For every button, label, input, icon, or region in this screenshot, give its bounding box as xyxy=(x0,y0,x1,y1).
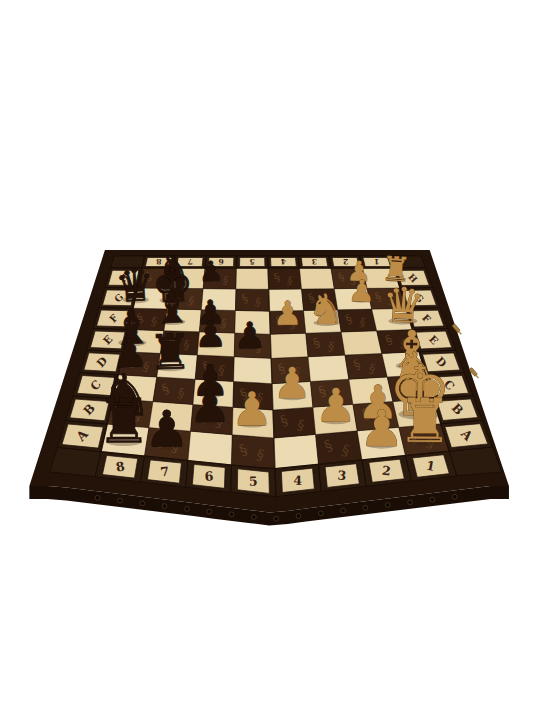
piece-black-rook-a8: ♜ xyxy=(96,386,151,456)
carved-circle-ornament xyxy=(385,503,390,508)
square-a6 xyxy=(188,431,232,465)
far-rank-label-4: 4 xyxy=(281,257,286,266)
near-rank-label-5: 5 xyxy=(249,473,258,488)
far-rank-label-1: 1 xyxy=(374,257,379,266)
piece-white-pawn-c4: ♟ xyxy=(273,358,311,408)
carved-circle-ornament xyxy=(452,494,457,499)
carved-circle-ornament xyxy=(207,509,212,514)
carved-circle-ornament xyxy=(229,512,234,517)
far-rank-label-5: 5 xyxy=(250,257,255,266)
piece-white-pawn-f4: ♟ xyxy=(273,294,303,333)
piece-black-pawn-e5: ♟ xyxy=(233,314,266,357)
piece-black-pawn-a7: ♟ xyxy=(144,399,189,458)
carved-circle-ornament xyxy=(296,514,301,519)
piece-black-pawn-e6: ♟ xyxy=(194,312,227,356)
near-rank-label-3: 3 xyxy=(337,468,347,484)
carved-circle-ornament xyxy=(140,501,145,506)
carved-circle-ornament xyxy=(118,498,123,503)
piece-white-knight-f3: ♞ xyxy=(307,285,345,335)
square-a5 xyxy=(232,435,276,469)
carved-circle-ornament xyxy=(318,511,323,516)
near-rank-label-4: 4 xyxy=(293,473,302,488)
piece-white-pawn-b3: ♟ xyxy=(315,379,357,433)
square-d5 xyxy=(234,357,272,384)
near-rank-label-6: 6 xyxy=(204,468,214,484)
piece-white-pawn-b5: ♟ xyxy=(231,382,273,436)
square-e4 xyxy=(270,333,308,358)
border-corner xyxy=(449,447,502,476)
piece-black-pawn-h6: ♟ xyxy=(198,255,224,287)
piece-white-rook-a1: ♜ xyxy=(397,386,452,456)
carved-circle-ornament xyxy=(408,500,413,505)
square-e2 xyxy=(341,331,382,355)
square-a3 xyxy=(316,431,362,464)
chess-board: 8765432187654321ABCDEFGHABCDEFGH§§§§§§§§… xyxy=(0,0,540,720)
carved-circle-ornament xyxy=(162,504,167,509)
carved-circle-ornament xyxy=(95,495,100,500)
square-h5 xyxy=(236,268,269,289)
carved-circle-ornament xyxy=(251,515,256,520)
square-a4 xyxy=(274,434,319,468)
carved-circle-ornament xyxy=(363,505,368,510)
piece-black-rook-d7: ♜ xyxy=(148,324,192,380)
product-photo-canvas: 8765432187654321ABCDEFGHABCDEFGH§§§§§§§§… xyxy=(0,0,540,720)
carved-circle-ornament xyxy=(430,497,435,502)
border-corner xyxy=(50,447,101,476)
carved-circle-ornament xyxy=(274,516,279,521)
piece-white-pawn-g2: ♟ xyxy=(348,273,376,309)
square-b4 xyxy=(273,407,316,438)
piece-black-pawn-b6: ♟ xyxy=(189,379,231,433)
piece-white-pawn-a2: ♟ xyxy=(359,399,404,458)
square-e3 xyxy=(306,332,345,357)
carved-circle-ornament xyxy=(341,508,346,513)
far-rank-label-3: 3 xyxy=(312,257,317,266)
carved-circle-ornament xyxy=(184,506,189,511)
square-d3 xyxy=(308,355,349,381)
